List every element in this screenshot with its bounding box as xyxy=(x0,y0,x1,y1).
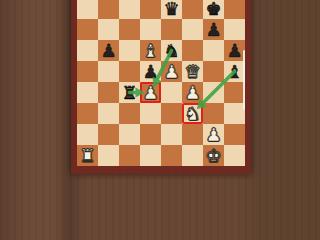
white-bishop[interactable]: ♝ xyxy=(142,40,158,61)
square-a2[interactable] xyxy=(77,124,98,145)
white-king[interactable]: ♚ xyxy=(205,145,221,166)
square-f3[interactable]: ♞ xyxy=(182,103,203,124)
square-g7[interactable]: ♟ xyxy=(203,19,224,40)
white-knight[interactable]: ♞ xyxy=(184,103,200,124)
square-g8[interactable]: ♚ xyxy=(203,0,224,19)
square-a6[interactable] xyxy=(77,40,98,61)
white-rook[interactable]: ♜ xyxy=(79,145,95,166)
black-bishop[interactable]: ♝ xyxy=(226,61,242,82)
black-knight[interactable]: ♞ xyxy=(163,40,179,61)
black-king[interactable]: ♚ xyxy=(205,0,221,19)
square-h1[interactable] xyxy=(224,145,245,166)
white-pawn[interactable]: ♟ xyxy=(142,82,158,103)
square-h4[interactable] xyxy=(224,82,245,103)
black-pawn[interactable]: ♟ xyxy=(226,40,242,61)
board-frame: ♛♚♟♟♝♞♟♟♟♛♝♜♟♟♞♟♜♚ xyxy=(71,0,251,174)
square-b4[interactable] xyxy=(98,82,119,103)
square-a3[interactable] xyxy=(77,103,98,124)
white-pawn[interactable]: ♟ xyxy=(163,61,179,82)
square-d8[interactable] xyxy=(140,0,161,19)
square-e6[interactable]: ♞ xyxy=(161,40,182,61)
square-d3[interactable] xyxy=(140,103,161,124)
square-f7[interactable] xyxy=(182,19,203,40)
square-a8[interactable] xyxy=(77,0,98,19)
square-a5[interactable] xyxy=(77,61,98,82)
video-frame: { "game": "chess", "position": { "fen": … xyxy=(0,0,320,180)
square-a1[interactable]: ♜ xyxy=(77,145,98,166)
white-queen[interactable]: ♛ xyxy=(184,61,200,82)
square-d2[interactable] xyxy=(140,124,161,145)
square-b6[interactable]: ♟ xyxy=(98,40,119,61)
square-b3[interactable] xyxy=(98,103,119,124)
scrollbar-thumb[interactable] xyxy=(243,50,245,110)
square-f5[interactable]: ♛ xyxy=(182,61,203,82)
square-e3[interactable] xyxy=(161,103,182,124)
square-e4[interactable] xyxy=(161,82,182,103)
square-f8[interactable] xyxy=(182,0,203,19)
square-h8[interactable] xyxy=(224,0,245,19)
black-pawn[interactable]: ♟ xyxy=(205,19,221,40)
square-e2[interactable] xyxy=(161,124,182,145)
black-pawn[interactable]: ♟ xyxy=(142,61,158,82)
square-b5[interactable] xyxy=(98,61,119,82)
white-pawn[interactable]: ♟ xyxy=(184,82,200,103)
square-h5[interactable]: ♝ xyxy=(224,61,245,82)
square-b1[interactable] xyxy=(98,145,119,166)
square-c4[interactable]: ♜ xyxy=(119,82,140,103)
square-e8[interactable]: ♛ xyxy=(161,0,182,19)
square-h7[interactable] xyxy=(224,19,245,40)
square-d5[interactable]: ♟ xyxy=(140,61,161,82)
square-g1[interactable]: ♚ xyxy=(203,145,224,166)
square-e5[interactable]: ♟ xyxy=(161,61,182,82)
square-c2[interactable] xyxy=(119,124,140,145)
square-b8[interactable] xyxy=(98,0,119,19)
square-c3[interactable] xyxy=(119,103,140,124)
square-h3[interactable] xyxy=(224,103,245,124)
black-queen[interactable]: ♛ xyxy=(163,0,179,19)
square-g4[interactable] xyxy=(203,82,224,103)
square-g5[interactable] xyxy=(203,61,224,82)
square-c1[interactable] xyxy=(119,145,140,166)
square-b7[interactable] xyxy=(98,19,119,40)
square-g6[interactable] xyxy=(203,40,224,61)
square-d4[interactable]: ♟ xyxy=(140,82,161,103)
square-b2[interactable] xyxy=(98,124,119,145)
square-f1[interactable] xyxy=(182,145,203,166)
square-f2[interactable] xyxy=(182,124,203,145)
square-c7[interactable] xyxy=(119,19,140,40)
white-pawn[interactable]: ♟ xyxy=(205,124,221,145)
black-rook[interactable]: ♜ xyxy=(121,82,137,103)
black-pawn[interactable]: ♟ xyxy=(100,40,116,61)
square-d1[interactable] xyxy=(140,145,161,166)
square-d6[interactable]: ♝ xyxy=(140,40,161,61)
square-a7[interactable] xyxy=(77,19,98,40)
square-e1[interactable] xyxy=(161,145,182,166)
square-g3[interactable] xyxy=(203,103,224,124)
square-d7[interactable] xyxy=(140,19,161,40)
square-h2[interactable] xyxy=(224,124,245,145)
square-c8[interactable] xyxy=(119,0,140,19)
square-c6[interactable] xyxy=(119,40,140,61)
square-e7[interactable] xyxy=(161,19,182,40)
square-a4[interactable] xyxy=(77,82,98,103)
square-g2[interactable]: ♟ xyxy=(203,124,224,145)
square-h6[interactable]: ♟ xyxy=(224,40,245,61)
square-f6[interactable] xyxy=(182,40,203,61)
square-c5[interactable] xyxy=(119,61,140,82)
square-f4[interactable]: ♟ xyxy=(182,82,203,103)
chess-board[interactable]: ♛♚♟♟♝♞♟♟♟♛♝♜♟♟♞♟♜♚ xyxy=(77,0,245,166)
